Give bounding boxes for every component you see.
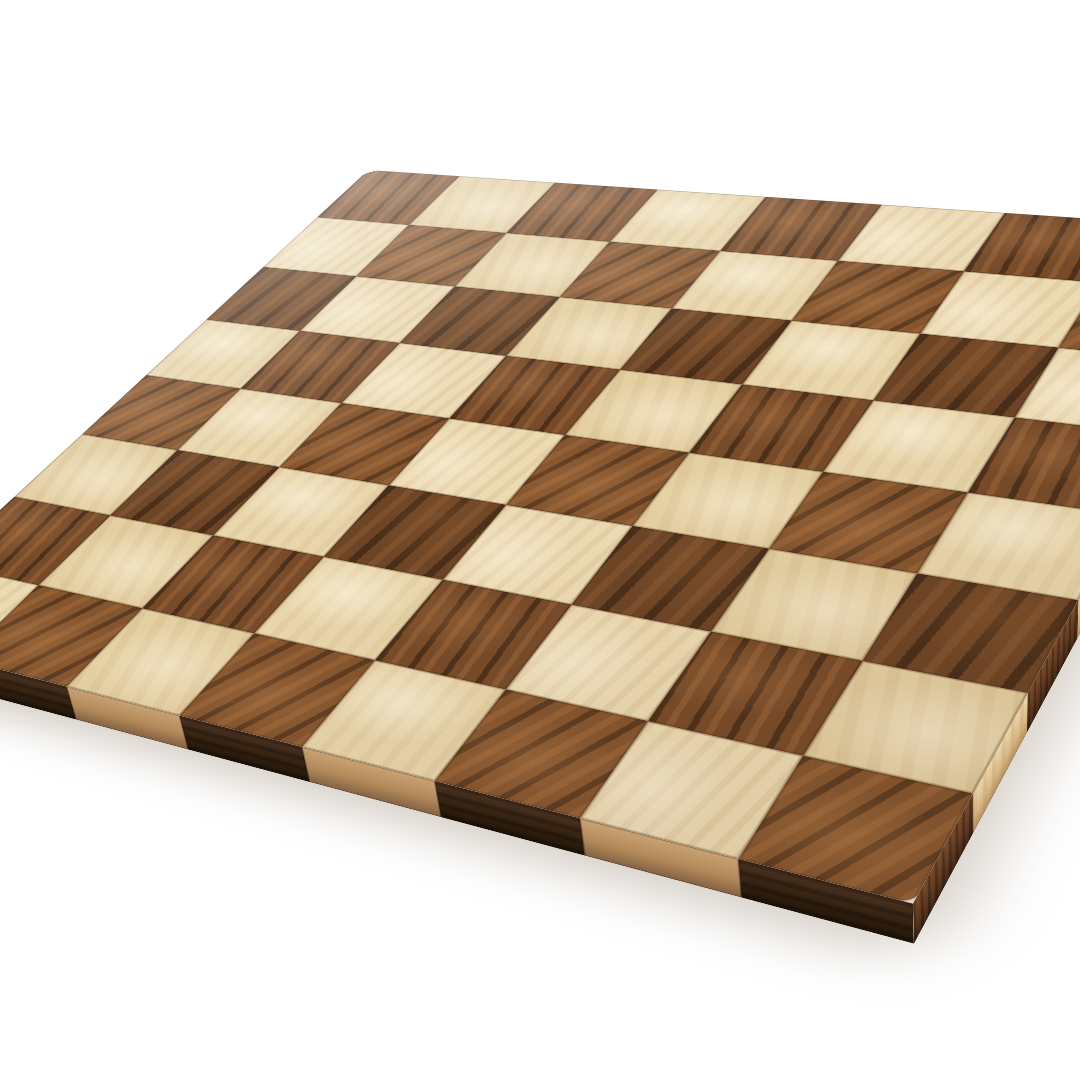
scene <box>0 0 1080 1080</box>
product-photo-stage <box>0 0 1080 1080</box>
chess-board <box>0 170 1080 904</box>
board-top-face <box>0 170 1080 904</box>
